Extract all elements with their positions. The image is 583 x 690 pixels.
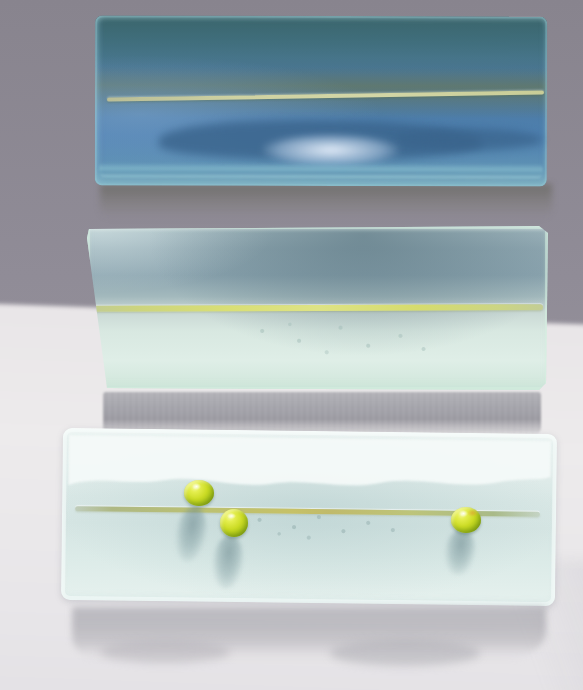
bead-shadow [171, 504, 210, 564]
bead-layer [0, 0, 583, 690]
photo-glass-plates [0, 0, 583, 690]
glass-bead [451, 507, 481, 533]
glass-bead [184, 480, 214, 506]
glass-bead [220, 509, 248, 537]
bead-shadow [442, 527, 478, 577]
bead-shadow [210, 534, 245, 591]
